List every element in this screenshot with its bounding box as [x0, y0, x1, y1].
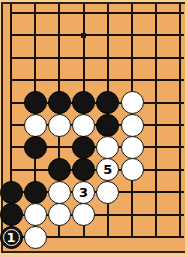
white-stone — [121, 114, 144, 137]
move-number: 5 — [103, 163, 112, 176]
black-stone — [96, 91, 119, 114]
go-board: 531 — [1, 2, 185, 253]
black-stone — [24, 136, 47, 159]
black-stone — [72, 91, 95, 114]
black-stone — [0, 181, 23, 204]
black-stone — [96, 114, 119, 137]
white-stone — [48, 181, 71, 204]
move-number: 3 — [79, 186, 88, 199]
go-diagram: 531 — [0, 0, 188, 257]
white-stone — [121, 136, 144, 159]
grid-line-vertical — [155, 4, 157, 238]
white-stone — [72, 114, 95, 137]
white-stone — [24, 114, 47, 137]
grid-line-horizontal — [10, 57, 184, 59]
black-stone — [24, 91, 47, 114]
white-stone-move-3: 3 — [72, 181, 95, 204]
white-stone — [24, 203, 47, 226]
black-stone-move-1: 1 — [0, 226, 23, 249]
white-stone — [72, 203, 95, 226]
black-stone — [48, 158, 71, 181]
white-stone — [24, 226, 47, 249]
grid-line-horizontal — [10, 12, 184, 14]
grid-line-horizontal — [10, 79, 184, 81]
black-stone — [24, 181, 47, 204]
white-stone — [48, 114, 71, 137]
white-stone — [48, 203, 71, 226]
black-stone — [72, 158, 95, 181]
black-stone — [48, 91, 71, 114]
white-stone — [121, 91, 144, 114]
white-stone — [96, 181, 119, 204]
black-stone — [0, 203, 23, 226]
star-point — [81, 33, 86, 38]
move-number: 1 — [6, 231, 15, 244]
black-stone — [72, 136, 95, 159]
grid-line-vertical — [179, 4, 181, 238]
white-stone-move-5: 5 — [96, 158, 119, 181]
grid-line-horizontal — [10, 34, 184, 36]
white-stone — [96, 136, 119, 159]
white-stone — [121, 158, 144, 181]
